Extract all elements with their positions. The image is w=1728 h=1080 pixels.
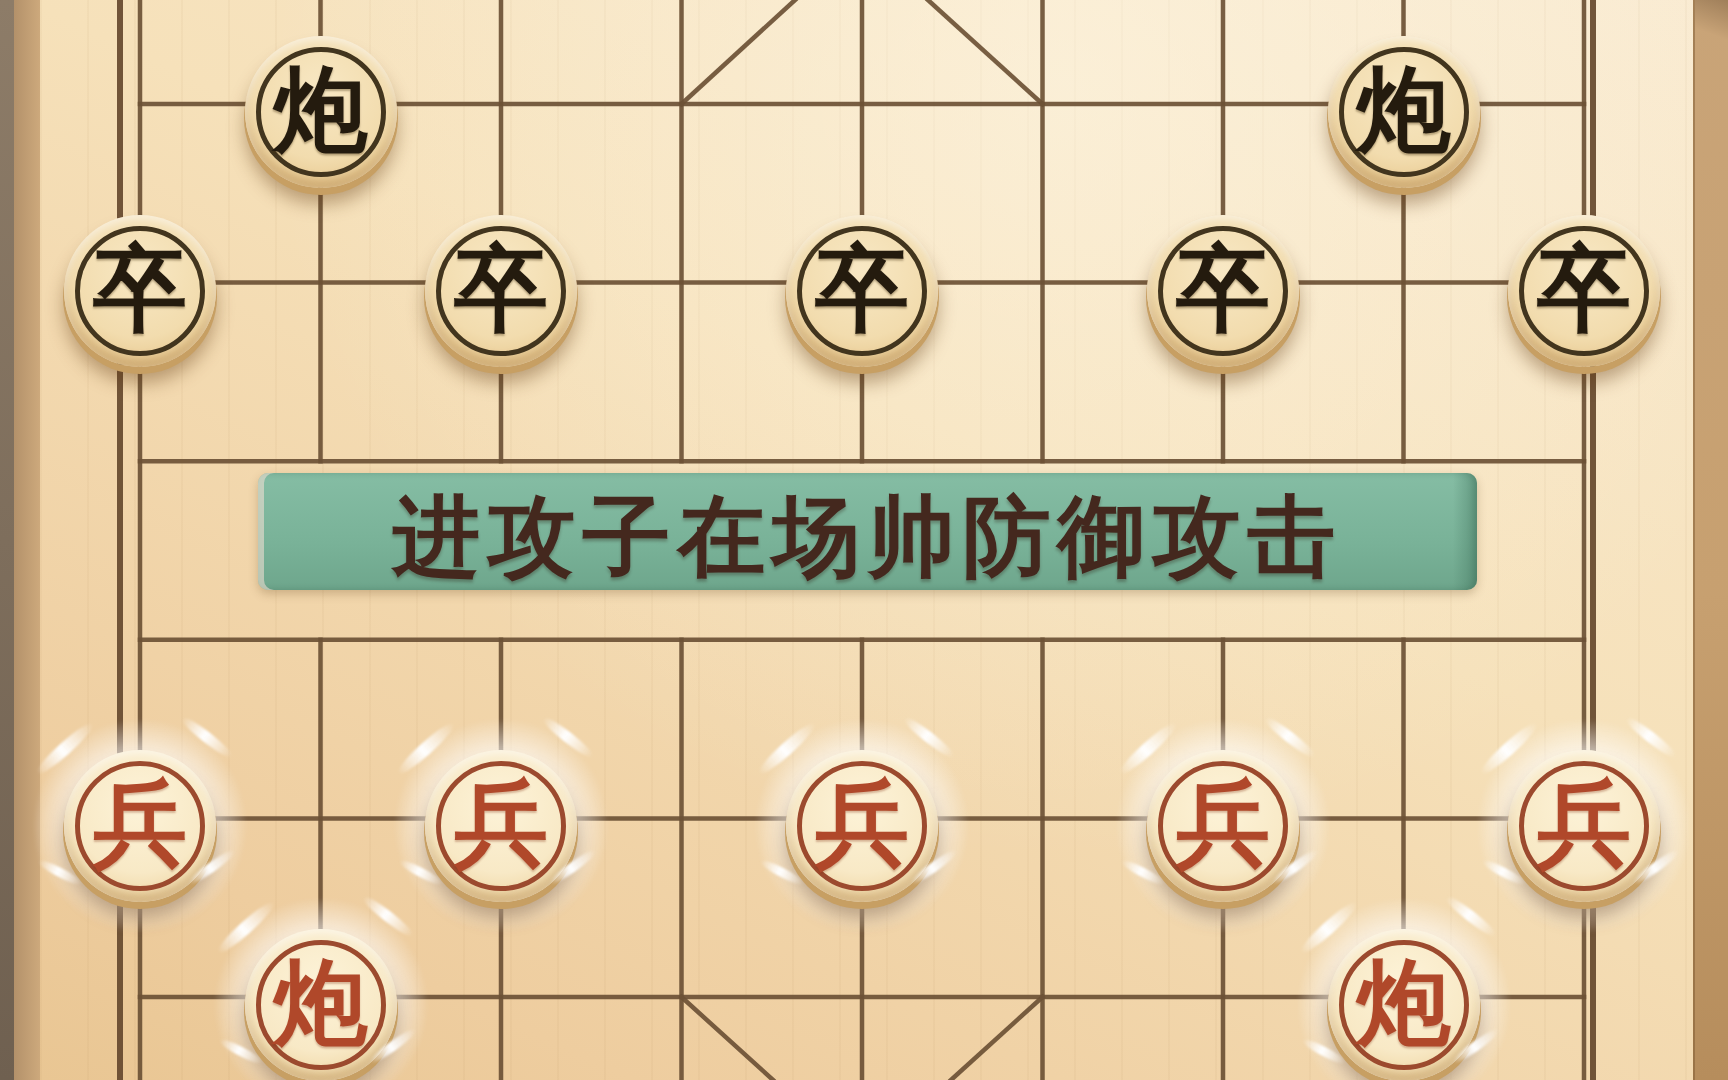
tutorial-banner-text: 进攻子在场帅防御攻击 xyxy=(393,493,1343,581)
piece-black-cannon-h2[interactable]: 炮 xyxy=(1328,36,1480,188)
piece-disc: 卒 xyxy=(64,215,216,367)
palace-diagonal xyxy=(682,997,774,1080)
piece-character: 卒 xyxy=(1176,242,1270,336)
piece-disc: 卒 xyxy=(1147,215,1299,367)
piece-disc: 卒 xyxy=(425,215,577,367)
piece-character: 兵 xyxy=(454,777,548,871)
piece-character: 兵 xyxy=(815,777,909,871)
piece-character: 卒 xyxy=(815,242,909,336)
tutorial-banner: 进攻子在场帅防御攻击 xyxy=(258,473,1477,590)
piece-character: 卒 xyxy=(93,242,187,336)
piece-black-soldier-a3[interactable]: 卒 xyxy=(64,215,216,367)
piece-red-soldier-i6[interactable]: 兵 xyxy=(1508,750,1660,902)
piece-character: 炮 xyxy=(1357,63,1451,157)
piece-black-soldier-g3[interactable]: 卒 xyxy=(1147,215,1299,367)
piece-red-soldier-c6[interactable]: 兵 xyxy=(425,750,577,902)
piece-character: 兵 xyxy=(1176,777,1270,871)
piece-character: 炮 xyxy=(274,956,368,1050)
piece-red-soldier-a6[interactable]: 兵 xyxy=(64,750,216,902)
palace-diagonal xyxy=(928,0,1043,104)
piece-disc: 炮 xyxy=(245,36,397,188)
piece-black-soldier-i3[interactable]: 卒 xyxy=(1508,215,1660,367)
piece-red-cannon-b7[interactable]: 炮 xyxy=(245,929,397,1080)
piece-character: 炮 xyxy=(1357,956,1451,1050)
piece-red-soldier-g6[interactable]: 兵 xyxy=(1147,750,1299,902)
piece-black-cannon-b2[interactable]: 炮 xyxy=(245,36,397,188)
piece-black-soldier-e3[interactable]: 卒 xyxy=(786,215,938,367)
piece-character: 炮 xyxy=(274,63,368,157)
piece-character: 兵 xyxy=(1537,777,1631,871)
piece-red-cannon-h7[interactable]: 炮 xyxy=(1328,929,1480,1080)
piece-character: 卒 xyxy=(454,242,548,336)
piece-red-soldier-e6[interactable]: 兵 xyxy=(786,750,938,902)
piece-disc: 卒 xyxy=(786,215,938,367)
piece-disc: 卒 xyxy=(1508,215,1660,367)
piece-character: 卒 xyxy=(1537,242,1631,336)
palace-diagonal xyxy=(951,997,1043,1080)
piece-character: 兵 xyxy=(93,777,187,871)
piece-black-soldier-c3[interactable]: 卒 xyxy=(425,215,577,367)
xiangqi-game-screen: 进攻子在场帅防御攻击 炮炮卒卒卒卒卒兵兵兵兵兵炮炮 xyxy=(0,0,1728,1080)
piece-disc: 炮 xyxy=(1328,36,1480,188)
palace-diagonal xyxy=(682,0,796,104)
